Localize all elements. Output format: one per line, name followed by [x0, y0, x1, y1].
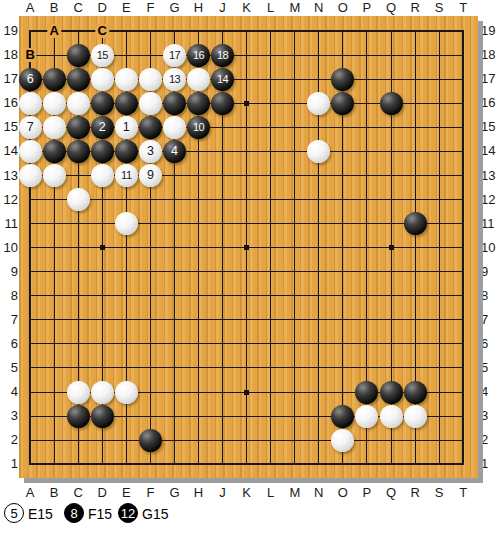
- column-label: H: [190, 1, 208, 15]
- column-label: F: [141, 486, 159, 500]
- column-label: M: [286, 1, 304, 15]
- stone-white[interactable]: [115, 212, 138, 235]
- row-label: 2: [0, 433, 18, 447]
- column-label: B: [45, 486, 63, 500]
- row-label: 1: [481, 457, 499, 471]
- stone-white[interactable]: [19, 164, 42, 187]
- stone-white[interactable]: [67, 381, 90, 404]
- grid-line-horizontal: [29, 463, 464, 465]
- column-label: N: [310, 486, 328, 500]
- board-shadow-right: [478, 21, 483, 483]
- board-shadow-bottom: [24, 478, 483, 483]
- row-label: 13: [0, 169, 18, 183]
- stone-black[interactable]: 10: [187, 116, 210, 139]
- row-label: 4: [481, 385, 499, 399]
- stone-black[interactable]: [67, 405, 90, 428]
- grid-line-vertical: [294, 30, 295, 465]
- column-label: P: [358, 486, 376, 500]
- column-label: D: [93, 486, 111, 500]
- grid-line-vertical: [270, 30, 271, 465]
- stone-white[interactable]: 7: [19, 116, 42, 139]
- stone-black[interactable]: [380, 92, 403, 115]
- caption-coordinate: E15: [28, 506, 53, 522]
- move-number: 7: [27, 121, 34, 134]
- row-label: 5: [481, 361, 499, 375]
- move-number: 4: [171, 145, 178, 158]
- move-number: 10: [193, 122, 204, 133]
- grid-line-horizontal: [29, 295, 464, 296]
- stone-white[interactable]: [91, 68, 114, 91]
- stone-white[interactable]: 11: [115, 164, 138, 187]
- grid-line-horizontal: [29, 319, 464, 320]
- stone-white[interactable]: [331, 429, 354, 452]
- stone-black[interactable]: [115, 92, 138, 115]
- stone-black[interactable]: [91, 405, 114, 428]
- row-label: 4: [0, 385, 18, 399]
- column-label: E: [117, 1, 135, 15]
- column-label: O: [334, 1, 352, 15]
- move-number: 16: [193, 50, 204, 61]
- row-label: 17: [0, 72, 18, 86]
- stone-black[interactable]: [43, 140, 66, 163]
- stone-black[interactable]: 16: [187, 44, 210, 67]
- go-board[interactable]: 15171618613147211034119ABC: [19, 16, 478, 478]
- stone-black[interactable]: [67, 68, 90, 91]
- caption-stone-black: 12: [118, 503, 138, 523]
- row-label: 9: [0, 265, 18, 279]
- grid-line-horizontal: [29, 343, 464, 344]
- stone-white[interactable]: [67, 92, 90, 115]
- stone-white[interactable]: [404, 405, 427, 428]
- stone-white[interactable]: 13: [163, 68, 186, 91]
- stone-black[interactable]: [163, 92, 186, 115]
- row-label: 8: [0, 289, 18, 303]
- column-label: K: [238, 1, 256, 15]
- stone-white[interactable]: [355, 405, 378, 428]
- stone-white[interactable]: [43, 164, 66, 187]
- caption-stone-black: 8: [64, 503, 84, 523]
- column-label: A: [21, 1, 39, 15]
- column-label: O: [334, 486, 352, 500]
- column-label: G: [166, 1, 184, 15]
- row-label: 10: [0, 241, 18, 255]
- column-label: R: [406, 486, 424, 500]
- stone-white[interactable]: [307, 140, 330, 163]
- column-label: Q: [382, 486, 400, 500]
- star-point: [389, 245, 394, 250]
- move-number: 3: [147, 145, 154, 158]
- stone-black[interactable]: 14: [211, 68, 234, 91]
- column-label: K: [238, 486, 256, 500]
- row-label: 2: [481, 433, 499, 447]
- board-letter-label: C: [96, 24, 109, 38]
- stone-white[interactable]: [43, 116, 66, 139]
- stone-white[interactable]: [307, 92, 330, 115]
- row-label: 11: [0, 217, 18, 231]
- stone-black[interactable]: [404, 212, 427, 235]
- stone-black[interactable]: [331, 405, 354, 428]
- row-label: 6: [481, 337, 499, 351]
- move-number: 1: [123, 121, 130, 134]
- stone-white[interactable]: [67, 188, 90, 211]
- row-label: 12: [0, 193, 18, 207]
- column-label: M: [286, 486, 304, 500]
- grid-line-vertical: [439, 30, 440, 465]
- stone-black[interactable]: [380, 381, 403, 404]
- move-number: 18: [217, 50, 228, 61]
- column-label: S: [430, 486, 448, 500]
- stone-black[interactable]: [355, 381, 378, 404]
- column-label: C: [69, 486, 87, 500]
- row-label: 10: [481, 241, 499, 255]
- stone-white[interactable]: [43, 92, 66, 115]
- column-label: G: [166, 486, 184, 500]
- column-label: A: [21, 486, 39, 500]
- row-label: 9: [481, 265, 499, 279]
- move-number: 15: [97, 50, 108, 61]
- row-label: 14: [481, 144, 499, 158]
- stone-black[interactable]: [67, 140, 90, 163]
- stone-black[interactable]: [67, 116, 90, 139]
- go-diagram: ABCDEFGHJKLMNOPQRST ABCDEFGHJKLMNOPQRST …: [0, 0, 500, 537]
- column-label: H: [190, 486, 208, 500]
- row-label: 13: [481, 169, 499, 183]
- row-label: 11: [481, 217, 499, 231]
- stone-black[interactable]: [91, 92, 114, 115]
- stone-black[interactable]: [211, 92, 234, 115]
- row-label: 3: [0, 409, 18, 423]
- column-label: T: [454, 486, 472, 500]
- row-label: 8: [481, 289, 499, 303]
- board-letter-label: A: [47, 24, 60, 38]
- column-label: Q: [382, 1, 400, 15]
- column-label: D: [93, 1, 111, 15]
- star-point: [244, 390, 249, 395]
- column-label: T: [454, 1, 472, 15]
- stone-white[interactable]: [187, 68, 210, 91]
- stone-white[interactable]: [139, 68, 162, 91]
- row-label: 12: [481, 193, 499, 207]
- column-label: N: [310, 1, 328, 15]
- stone-white[interactable]: [139, 92, 162, 115]
- stone-black[interactable]: 6: [19, 68, 42, 91]
- column-label: J: [214, 486, 232, 500]
- stone-white[interactable]: [91, 381, 114, 404]
- board-letter-label: B: [23, 48, 36, 62]
- row-label: 19: [481, 24, 499, 38]
- stone-black[interactable]: 4: [163, 140, 186, 163]
- stone-white[interactable]: [19, 92, 42, 115]
- stone-black[interactable]: [115, 140, 138, 163]
- stone-black[interactable]: [139, 116, 162, 139]
- stone-white[interactable]: [115, 381, 138, 404]
- row-label: 19: [0, 24, 18, 38]
- row-label: 6: [0, 337, 18, 351]
- column-label: P: [358, 1, 376, 15]
- stone-white[interactable]: 3: [139, 140, 162, 163]
- stone-black[interactable]: [331, 68, 354, 91]
- stone-white[interactable]: [163, 116, 186, 139]
- move-number: 2: [99, 121, 106, 134]
- row-label: 1: [0, 457, 18, 471]
- stone-white[interactable]: [91, 164, 114, 187]
- stone-black[interactable]: [331, 92, 354, 115]
- move-number: 14: [217, 74, 228, 85]
- stone-white[interactable]: 17: [163, 44, 186, 67]
- grid-line-horizontal: [29, 440, 464, 441]
- move-caption: 5E158F1512G15: [0, 503, 500, 525]
- column-label: L: [262, 486, 280, 500]
- caption-stone-white: 5: [4, 503, 24, 523]
- stone-white[interactable]: [115, 68, 138, 91]
- column-label: E: [117, 486, 135, 500]
- row-label: 16: [481, 96, 499, 110]
- column-label: J: [214, 1, 232, 15]
- stone-black[interactable]: [91, 140, 114, 163]
- star-point: [244, 245, 249, 250]
- grid-line-vertical: [462, 30, 464, 465]
- stone-black[interactable]: 18: [211, 44, 234, 67]
- stone-black[interactable]: [187, 92, 210, 115]
- stone-black[interactable]: 2: [91, 116, 114, 139]
- column-label: L: [262, 1, 280, 15]
- row-label: 5: [0, 361, 18, 375]
- column-label: F: [141, 1, 159, 15]
- move-number: 11: [121, 170, 131, 181]
- column-label: C: [69, 1, 87, 15]
- row-label: 7: [0, 313, 18, 327]
- move-number: 13: [169, 74, 180, 85]
- stone-black[interactable]: [404, 381, 427, 404]
- stone-white[interactable]: 15: [91, 44, 114, 67]
- row-label: 14: [0, 144, 18, 158]
- grid-line-horizontal: [29, 367, 464, 368]
- stone-black[interactable]: [43, 68, 66, 91]
- star-point: [244, 101, 249, 106]
- move-number: 17: [169, 50, 180, 61]
- caption-coordinate: G15: [142, 506, 168, 522]
- move-number: 9: [147, 169, 154, 182]
- row-label: 15: [0, 120, 18, 134]
- move-number: 6: [27, 73, 34, 86]
- stone-white[interactable]: 9: [139, 164, 162, 187]
- row-label: 18: [0, 48, 18, 62]
- column-label: R: [406, 1, 424, 15]
- column-label: B: [45, 1, 63, 15]
- row-label: 7: [481, 313, 499, 327]
- caption-coordinate: F15: [88, 506, 112, 522]
- stone-white[interactable]: [19, 140, 42, 163]
- star-point: [100, 245, 105, 250]
- stone-black[interactable]: [67, 44, 90, 67]
- column-label: S: [430, 1, 448, 15]
- grid-line-horizontal: [29, 271, 464, 272]
- stone-black[interactable]: [139, 429, 162, 452]
- row-label: 17: [481, 72, 499, 86]
- row-label: 15: [481, 120, 499, 134]
- row-label: 16: [0, 96, 18, 110]
- stone-white[interactable]: 1: [115, 116, 138, 139]
- row-label: 18: [481, 48, 499, 62]
- stone-white[interactable]: [380, 405, 403, 428]
- row-label: 3: [481, 409, 499, 423]
